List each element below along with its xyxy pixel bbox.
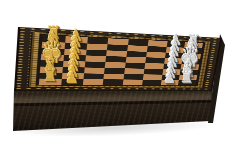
- square-h4: [103, 79, 124, 85]
- square-h6: [142, 80, 161, 86]
- square-h2: [61, 79, 83, 85]
- square-h8: [178, 80, 196, 85]
- square-h3: [82, 79, 103, 85]
- chess-board: [14, 27, 222, 91]
- board-squares: [39, 35, 203, 85]
- chess-set-photo: ♜♟♟♜♞♟♟♞♝♟♟♝♛♟♟♛♚♟♟♚♝♟♟♝♞♟♟♞♜♟♟♜: [0, 0, 250, 148]
- square-h1: [39, 79, 62, 85]
- square-h5: [123, 80, 143, 86]
- square-h7: [160, 80, 179, 85]
